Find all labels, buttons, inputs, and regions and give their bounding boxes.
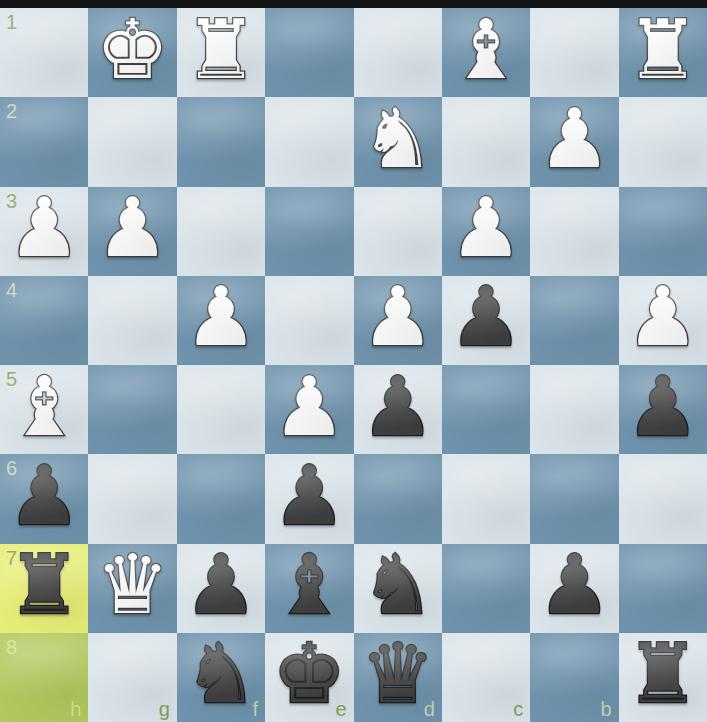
- square-f6[interactable]: [177, 454, 265, 543]
- square-a7[interactable]: [619, 544, 707, 633]
- white-pawn-piece[interactable]: ♟: [538, 98, 612, 180]
- square-c6[interactable]: [442, 454, 530, 543]
- square-d7[interactable]: ♞: [354, 544, 442, 633]
- black-rook-piece[interactable]: ♜: [7, 544, 81, 626]
- white-knight-piece[interactable]: ♞: [361, 98, 435, 180]
- square-a5[interactable]: ♟: [619, 365, 707, 454]
- black-pawn-piece[interactable]: ♟: [361, 366, 435, 448]
- square-f1[interactable]: ♜: [177, 8, 265, 97]
- square-e8[interactable]: e♚: [265, 633, 353, 722]
- square-f5[interactable]: [177, 365, 265, 454]
- black-pawn-piece[interactable]: ♟: [538, 544, 612, 626]
- black-knight-piece[interactable]: ♞: [361, 544, 435, 626]
- square-c4[interactable]: ♟: [442, 276, 530, 365]
- square-e1[interactable]: [265, 8, 353, 97]
- square-a4[interactable]: ♟: [619, 276, 707, 365]
- square-f3[interactable]: [177, 187, 265, 276]
- status-bar: [0, 0, 707, 8]
- white-queen-piece[interactable]: ♛: [96, 544, 170, 626]
- black-knight-piece[interactable]: ♞: [184, 633, 258, 715]
- black-pawn-piece[interactable]: ♟: [273, 455, 347, 537]
- square-f7[interactable]: ♟: [177, 544, 265, 633]
- rank-label-1: 1: [6, 12, 17, 32]
- square-h3[interactable]: 3♟: [0, 187, 88, 276]
- square-g8[interactable]: g: [88, 633, 176, 722]
- black-rook-piece[interactable]: ♜: [626, 633, 700, 715]
- black-king-piece[interactable]: ♚: [273, 633, 347, 715]
- square-d6[interactable]: [354, 454, 442, 543]
- square-d5[interactable]: ♟: [354, 365, 442, 454]
- square-f2[interactable]: [177, 97, 265, 186]
- rank-label-2: 2: [6, 101, 17, 121]
- square-d3[interactable]: [354, 187, 442, 276]
- white-pawn-piece[interactable]: ♟: [184, 276, 258, 358]
- white-rook-piece[interactable]: ♜: [184, 9, 258, 91]
- square-g1[interactable]: ♚: [88, 8, 176, 97]
- file-label-c: c: [513, 699, 523, 719]
- square-e7[interactable]: ♝: [265, 544, 353, 633]
- square-h8[interactable]: 8h: [0, 633, 88, 722]
- square-h6[interactable]: 6♟: [0, 454, 88, 543]
- file-label-h: h: [70, 699, 81, 719]
- black-pawn-piece[interactable]: ♟: [7, 455, 81, 537]
- square-b4[interactable]: [530, 276, 618, 365]
- black-pawn-piece[interactable]: ♟: [449, 276, 523, 358]
- square-b7[interactable]: ♟: [530, 544, 618, 633]
- square-d1[interactable]: [354, 8, 442, 97]
- square-g4[interactable]: [88, 276, 176, 365]
- file-label-b: b: [601, 699, 612, 719]
- square-h7[interactable]: 7♜: [0, 544, 88, 633]
- square-c1[interactable]: ♝: [442, 8, 530, 97]
- chess-board: 1♚♜♝♜2♞♟3♟♟♟4♟♟♟♟5♝♟♟♟6♟♟7♜♛♟♝♞♟8hgf♞e♚d…: [0, 8, 707, 722]
- white-king-piece[interactable]: ♚: [96, 9, 170, 91]
- square-b3[interactable]: [530, 187, 618, 276]
- square-h2[interactable]: 2: [0, 97, 88, 186]
- square-g2[interactable]: [88, 97, 176, 186]
- square-d2[interactable]: ♞: [354, 97, 442, 186]
- white-pawn-piece[interactable]: ♟: [7, 187, 81, 269]
- square-b2[interactable]: ♟: [530, 97, 618, 186]
- square-e5[interactable]: ♟: [265, 365, 353, 454]
- square-h4[interactable]: 4: [0, 276, 88, 365]
- square-b8[interactable]: b: [530, 633, 618, 722]
- square-a1[interactable]: ♜: [619, 8, 707, 97]
- square-b6[interactable]: [530, 454, 618, 543]
- rank-label-8: 8: [6, 637, 17, 657]
- square-a2[interactable]: [619, 97, 707, 186]
- square-b5[interactable]: [530, 365, 618, 454]
- black-pawn-piece[interactable]: ♟: [626, 366, 700, 448]
- square-d8[interactable]: d♛: [354, 633, 442, 722]
- square-c2[interactable]: [442, 97, 530, 186]
- square-c3[interactable]: ♟: [442, 187, 530, 276]
- square-h5[interactable]: 5♝: [0, 365, 88, 454]
- square-e4[interactable]: [265, 276, 353, 365]
- square-a3[interactable]: [619, 187, 707, 276]
- square-h1[interactable]: 1: [0, 8, 88, 97]
- square-e6[interactable]: ♟: [265, 454, 353, 543]
- white-rook-piece[interactable]: ♜: [626, 9, 700, 91]
- square-g3[interactable]: ♟: [88, 187, 176, 276]
- white-pawn-piece[interactable]: ♟: [361, 276, 435, 358]
- square-a6[interactable]: [619, 454, 707, 543]
- square-g6[interactable]: [88, 454, 176, 543]
- square-c8[interactable]: c: [442, 633, 530, 722]
- white-pawn-piece[interactable]: ♟: [449, 187, 523, 269]
- white-pawn-piece[interactable]: ♟: [273, 366, 347, 448]
- rank-label-4: 4: [6, 280, 17, 300]
- white-bishop-piece[interactable]: ♝: [449, 9, 523, 91]
- black-pawn-piece[interactable]: ♟: [184, 544, 258, 626]
- square-c7[interactable]: [442, 544, 530, 633]
- square-f4[interactable]: ♟: [177, 276, 265, 365]
- file-label-g: g: [159, 699, 170, 719]
- square-e3[interactable]: [265, 187, 353, 276]
- square-g5[interactable]: [88, 365, 176, 454]
- square-d4[interactable]: ♟: [354, 276, 442, 365]
- black-bishop-piece[interactable]: ♝: [273, 544, 347, 626]
- square-e2[interactable]: [265, 97, 353, 186]
- square-g7[interactable]: ♛: [88, 544, 176, 633]
- square-a8[interactable]: ♜: [619, 633, 707, 722]
- square-f8[interactable]: f♞: [177, 633, 265, 722]
- white-pawn-piece[interactable]: ♟: [626, 276, 700, 358]
- black-queen-piece[interactable]: ♛: [361, 633, 435, 715]
- square-c5[interactable]: [442, 365, 530, 454]
- white-pawn-piece[interactable]: ♟: [96, 187, 170, 269]
- white-bishop-piece[interactable]: ♝: [7, 366, 81, 448]
- square-b1[interactable]: [530, 8, 618, 97]
